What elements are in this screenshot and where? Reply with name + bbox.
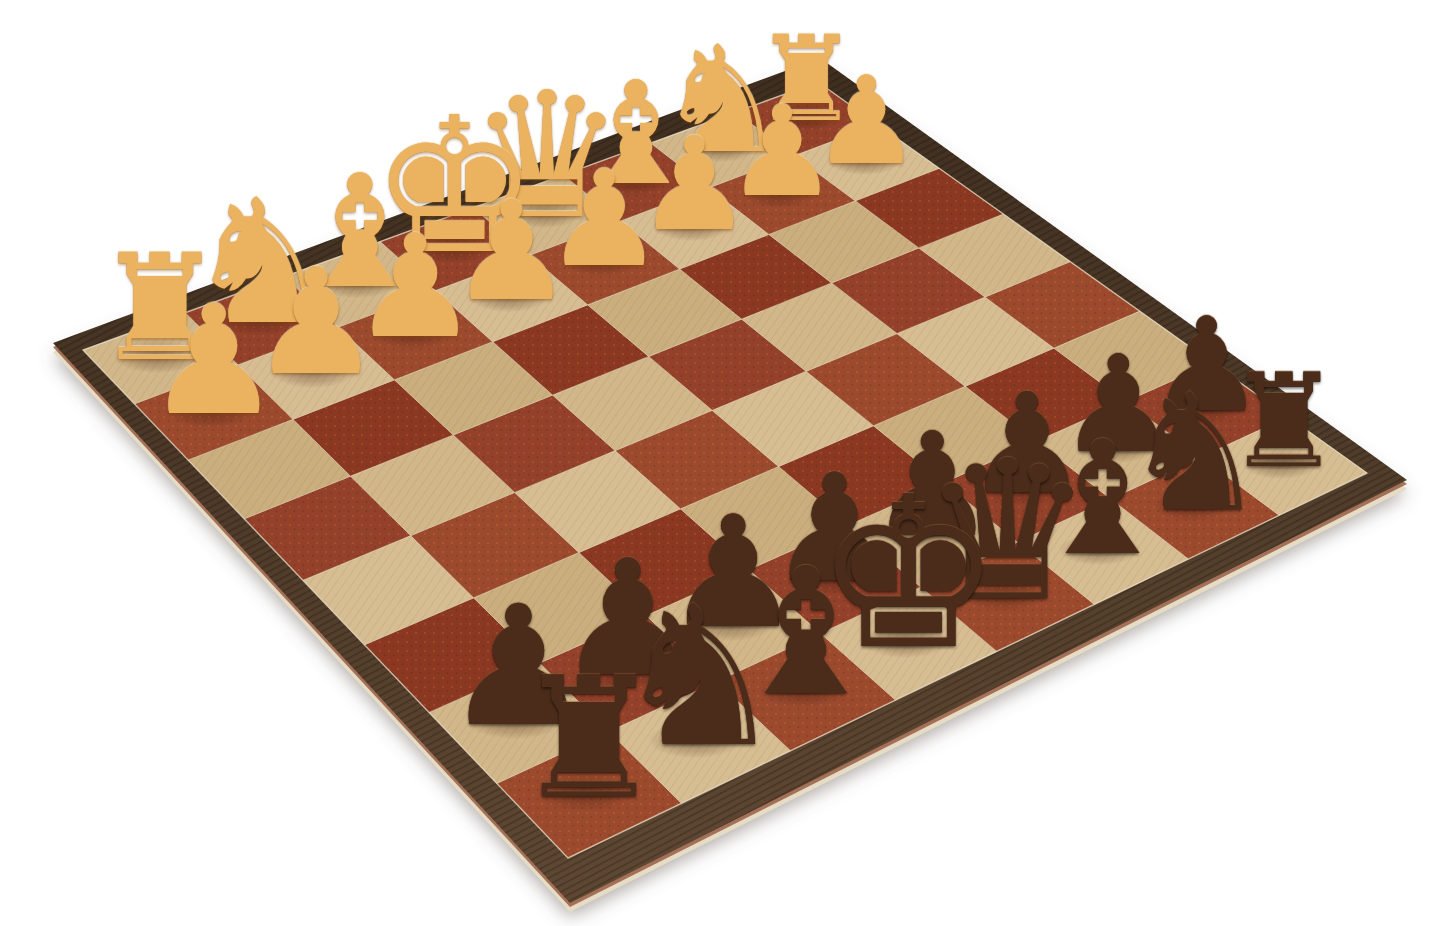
piece-white-pawn[interactable]: ♟: [138, 285, 290, 437]
pieces-layer: ♜♞♟♝♟♛♟♚♟♝♟♞♟♜♟♟♟♟♜♟♞♟♝♟♛♟♚♟♝♟♞♜: [0, 0, 1445, 926]
board-photo: ♜♞♟♝♟♛♟♚♟♝♟♞♟♜♟♟♟♟♜♟♞♟♝♟♛♟♚♟♝♟♞♜: [0, 0, 1445, 926]
piece-black-rook[interactable]: ♜: [505, 655, 672, 822]
